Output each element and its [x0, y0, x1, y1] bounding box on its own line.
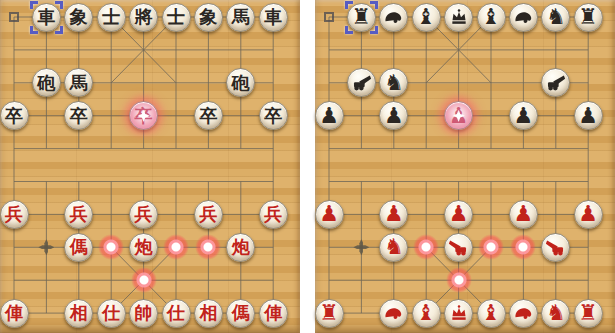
- piece-black-rook[interactable]: 車: [259, 3, 288, 32]
- piece-red-horse[interactable]: 傌: [226, 299, 255, 328]
- piece-character-label: 兵: [5, 205, 23, 223]
- board-left-characters: 車象士將士象馬車砲馬砲卒卒卒卒卒兵兵兵兵兵傌炮炮俥相仕帥仕相傌俥: [0, 0, 300, 333]
- pawn-icon: ♟: [319, 203, 339, 225]
- piece-red-pawn[interactable]: 兵: [129, 200, 158, 229]
- piece-black-elephant[interactable]: [379, 3, 408, 32]
- pawn-icon: ♟: [449, 203, 469, 225]
- pawn-icon: ♟: [384, 105, 404, 127]
- piece-red-elephant[interactable]: [509, 299, 538, 328]
- piece-red-king-crown[interactable]: 帥: [129, 299, 158, 328]
- piece-character-label: 卒: [264, 107, 282, 125]
- advisor-icon: ♝: [416, 302, 436, 324]
- piece-black-pawn[interactable]: ♟: [509, 101, 538, 130]
- piece-character-label: 炮: [135, 238, 153, 256]
- pawn-icon: ♟: [578, 105, 598, 127]
- piece-character-label: 俥: [5, 304, 23, 322]
- piece-black-horse[interactable]: 馬: [226, 3, 255, 32]
- piece-black-rook[interactable]: 車: [32, 3, 61, 32]
- rook-icon: ♜: [319, 302, 339, 324]
- piece-black-elephant[interactable]: 象: [64, 3, 93, 32]
- piece-black-advisor[interactable]: ♝: [477, 3, 506, 32]
- piece-character-label: 兵: [264, 205, 282, 223]
- advisor-icon: ♝: [481, 302, 501, 324]
- rook-icon: ♜: [352, 6, 372, 28]
- advisor-icon: ♝: [416, 6, 436, 28]
- piece-red-king-crown[interactable]: [444, 299, 473, 328]
- pawn-icon: ♟: [384, 203, 404, 225]
- piece-black-pawn[interactable]: 卒: [194, 101, 223, 130]
- piece-character-label: 車: [264, 8, 282, 26]
- piece-red-advisor[interactable]: 仕: [162, 299, 191, 328]
- piece-black-king-crown[interactable]: [444, 3, 473, 32]
- piece-black-king-crown[interactable]: 將: [129, 3, 158, 32]
- piece-character-label: 相: [199, 304, 217, 322]
- piece-character-label: 仕: [102, 304, 120, 322]
- piece-character-label: 卒: [70, 107, 88, 125]
- piece-red-pawn[interactable]: ♟: [574, 200, 603, 229]
- piece-red-elephant[interactable]: [379, 299, 408, 328]
- pawn-icon: ♟: [514, 203, 534, 225]
- piece-black-advisor[interactable]: 士: [162, 3, 191, 32]
- piece-red-pawn[interactable]: 兵: [64, 200, 93, 229]
- piece-red-horse[interactable]: ♞: [541, 299, 570, 328]
- pawn-icon: ♟: [578, 203, 598, 225]
- piece-character-label: 傌: [70, 238, 88, 256]
- pawn-icon: ♟: [319, 105, 339, 127]
- piece-character-label: 將: [135, 8, 153, 26]
- piece-character-label: 砲: [37, 74, 55, 92]
- piece-red-cannon[interactable]: [444, 233, 473, 262]
- xiangqi-two-board-view: 車象士將士象馬車砲馬砲卒卒卒卒卒兵兵兵兵兵傌炮炮俥相仕帥仕相傌俥 ♜ ♝ ♝ ♞…: [0, 0, 615, 333]
- piece-character-label: 卒: [5, 107, 23, 125]
- piece-red-advisor[interactable]: ♝: [412, 299, 441, 328]
- piece-red-advisor[interactable]: ♝: [477, 299, 506, 328]
- piece-red-pawn[interactable]: 兵: [259, 200, 288, 229]
- piece-character-label: 象: [199, 8, 217, 26]
- move-origin-square-icon: [324, 12, 334, 22]
- piece-character-label: 帥: [135, 304, 153, 322]
- piece-black-rook[interactable]: ♜: [347, 3, 376, 32]
- piece-red-rook[interactable]: ♜: [574, 299, 603, 328]
- piece-red-pawn[interactable]: ♟: [509, 200, 538, 229]
- piece-character-label: 士: [167, 8, 185, 26]
- piece-red-elephant[interactable]: 相: [64, 299, 93, 328]
- piece-character-label: 車: [37, 8, 55, 26]
- king-crown-icon: [449, 303, 469, 323]
- piece-red-pawn[interactable]: ♟: [379, 200, 408, 229]
- horse-icon: ♞: [384, 72, 404, 94]
- piece-red-cannon[interactable]: 炮: [129, 233, 158, 262]
- piece-character-label: 仕: [167, 304, 185, 322]
- rook-icon: ♜: [578, 302, 598, 324]
- piece-black-rook[interactable]: ♜: [574, 3, 603, 32]
- piece-black-cannon[interactable]: [541, 68, 570, 97]
- elephant-icon: [513, 303, 534, 324]
- horse-icon: ♞: [384, 236, 404, 258]
- piece-character-label: 象: [70, 8, 88, 26]
- piece-character-label: 卒: [199, 107, 217, 125]
- board-right-icons: ♜ ♝ ♝ ♞♜ ♞ ♟♟♟♟♟♟♟♟♟♟♞ ♜ ♝ ♝ ♞♜: [315, 0, 615, 333]
- piece-red-pawn[interactable]: ♟: [315, 200, 344, 229]
- horse-icon: ♞: [546, 302, 566, 324]
- cannon-icon: [351, 72, 372, 93]
- piece-character-label: 兵: [199, 205, 217, 223]
- rook-icon: ♜: [578, 6, 598, 28]
- move-origin-crosshair-icon: [38, 239, 54, 255]
- piece-black-cannon[interactable]: 砲: [32, 68, 61, 97]
- piece-character-label: 士: [102, 8, 120, 26]
- cannon-icon: [448, 237, 469, 258]
- piece-black-elephant[interactable]: [509, 3, 538, 32]
- piece-character-label: 炮: [232, 238, 250, 256]
- cannon-icon: [545, 72, 566, 93]
- king-crown-icon: [449, 7, 469, 27]
- elephant-icon: [383, 7, 404, 28]
- piece-black-elephant[interactable]: 象: [194, 3, 223, 32]
- piece-red-pawn[interactable]: 兵: [0, 200, 29, 229]
- piece-red-pawn[interactable]: 兵: [194, 200, 223, 229]
- elephant-icon: [383, 303, 404, 324]
- legal-move-dot[interactable]: [446, 267, 472, 293]
- piece-red-horse[interactable]: ♞: [379, 233, 408, 262]
- piece-red-rook[interactable]: 俥: [0, 299, 29, 328]
- piece-red-rook[interactable]: 俥: [259, 299, 288, 328]
- piece-black-cannon[interactable]: [347, 68, 376, 97]
- piece-black-pawn[interactable]: 卒: [259, 101, 288, 130]
- piece-black-pawn[interactable]: 卒: [0, 101, 29, 130]
- pawn-icon: ♟: [514, 105, 534, 127]
- piece-red-advisor[interactable]: 仕: [97, 299, 126, 328]
- advisor-icon: ♝: [481, 6, 501, 28]
- piece-red-horse[interactable]: 傌: [64, 233, 93, 262]
- piece-character-label: 砲: [232, 74, 250, 92]
- piece-black-horse[interactable]: ♞: [541, 3, 570, 32]
- piece-character-label: 相: [70, 304, 88, 322]
- piece-black-advisor[interactable]: 士: [97, 3, 126, 32]
- piece-character-label: 馬: [70, 74, 88, 92]
- cannon-icon: [545, 237, 566, 258]
- piece-red-rook[interactable]: ♜: [315, 299, 344, 328]
- piece-red-elephant[interactable]: 相: [194, 299, 223, 328]
- horse-icon: ♞: [546, 6, 566, 28]
- piece-red-cannon[interactable]: [541, 233, 570, 262]
- elephant-icon: [513, 7, 534, 28]
- move-origin-square-icon: [9, 12, 19, 22]
- piece-character-label: 傌: [232, 304, 250, 322]
- piece-red-pawn[interactable]: ♟: [444, 200, 473, 229]
- move-origin-crosshair-icon: [353, 239, 369, 255]
- piece-character-label: 俥: [264, 304, 282, 322]
- piece-black-advisor[interactable]: ♝: [412, 3, 441, 32]
- legal-move-dot[interactable]: [131, 267, 157, 293]
- piece-character-label: 馬: [232, 8, 250, 26]
- piece-character-label: 兵: [135, 205, 153, 223]
- piece-black-pawn[interactable]: ♟: [574, 101, 603, 130]
- piece-character-label: 兵: [70, 205, 88, 223]
- piece-red-cannon[interactable]: 炮: [226, 233, 255, 262]
- piece-black-pawn[interactable]: ♟: [315, 101, 344, 130]
